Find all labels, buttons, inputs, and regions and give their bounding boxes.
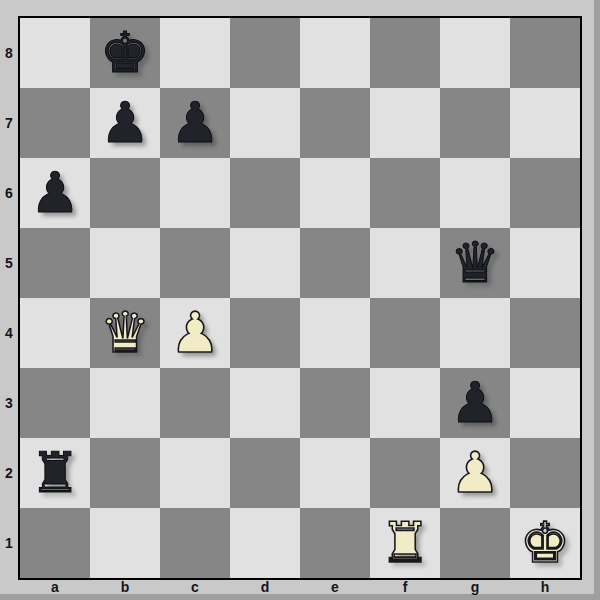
white-rook[interactable]: ♜ [370, 508, 440, 578]
square-a5[interactable] [20, 228, 90, 298]
square-a7[interactable] [20, 88, 90, 158]
square-g6[interactable] [440, 158, 510, 228]
black-rook[interactable]: ♜ [20, 438, 90, 508]
square-h3[interactable] [510, 368, 580, 438]
file-label-b: b [90, 580, 160, 595]
square-e1[interactable] [300, 508, 370, 578]
square-h1[interactable]: ♚ [510, 508, 580, 578]
square-a2[interactable]: ♜ [20, 438, 90, 508]
square-g8[interactable] [440, 18, 510, 88]
square-f7[interactable] [370, 88, 440, 158]
square-a6[interactable]: ♟ [20, 158, 90, 228]
square-f8[interactable] [370, 18, 440, 88]
frame-bevel-right [594, 0, 600, 600]
square-f5[interactable] [370, 228, 440, 298]
square-a1[interactable] [20, 508, 90, 578]
square-e7[interactable] [300, 88, 370, 158]
square-h5[interactable] [510, 228, 580, 298]
black-pawn[interactable]: ♟ [440, 368, 510, 438]
chess-diagram: 87654321 abcdefgh ♚♟♟♟♛♛♟♟♜♟♜♚ [0, 0, 600, 600]
file-label-h: h [510, 580, 580, 595]
square-f3[interactable] [370, 368, 440, 438]
file-label-e: e [300, 580, 370, 595]
file-label-g: g [440, 580, 510, 595]
square-d8[interactable] [230, 18, 300, 88]
square-b5[interactable] [90, 228, 160, 298]
square-e5[interactable] [300, 228, 370, 298]
square-c3[interactable] [160, 368, 230, 438]
square-b2[interactable] [90, 438, 160, 508]
square-e4[interactable] [300, 298, 370, 368]
rank-label-6: 6 [0, 158, 18, 228]
square-c4[interactable]: ♟ [160, 298, 230, 368]
square-h4[interactable] [510, 298, 580, 368]
rank-label-5: 5 [0, 228, 18, 298]
square-g3[interactable]: ♟ [440, 368, 510, 438]
white-king[interactable]: ♚ [510, 508, 580, 578]
square-c2[interactable] [160, 438, 230, 508]
white-queen[interactable]: ♛ [90, 298, 160, 368]
square-c5[interactable] [160, 228, 230, 298]
square-g5[interactable]: ♛ [440, 228, 510, 298]
black-pawn[interactable]: ♟ [20, 158, 90, 228]
rank-labels: 87654321 [0, 18, 18, 578]
square-e2[interactable] [300, 438, 370, 508]
square-c8[interactable] [160, 18, 230, 88]
square-d1[interactable] [230, 508, 300, 578]
square-d3[interactable] [230, 368, 300, 438]
square-h8[interactable] [510, 18, 580, 88]
square-a4[interactable] [20, 298, 90, 368]
square-a3[interactable] [20, 368, 90, 438]
square-e6[interactable] [300, 158, 370, 228]
square-g1[interactable] [440, 508, 510, 578]
rank-label-8: 8 [0, 18, 18, 88]
square-e3[interactable] [300, 368, 370, 438]
rank-label-3: 3 [0, 368, 18, 438]
square-b6[interactable] [90, 158, 160, 228]
rank-label-2: 2 [0, 438, 18, 508]
rank-label-7: 7 [0, 88, 18, 158]
black-queen[interactable]: ♛ [440, 228, 510, 298]
square-c7[interactable]: ♟ [160, 88, 230, 158]
square-c1[interactable] [160, 508, 230, 578]
square-d6[interactable] [230, 158, 300, 228]
square-b4[interactable]: ♛ [90, 298, 160, 368]
square-e8[interactable] [300, 18, 370, 88]
square-b8[interactable]: ♚ [90, 18, 160, 88]
square-d7[interactable] [230, 88, 300, 158]
white-pawn[interactable]: ♟ [440, 438, 510, 508]
square-d4[interactable] [230, 298, 300, 368]
square-g7[interactable] [440, 88, 510, 158]
square-g4[interactable] [440, 298, 510, 368]
square-f6[interactable] [370, 158, 440, 228]
rank-label-4: 4 [0, 298, 18, 368]
white-pawn[interactable]: ♟ [160, 298, 230, 368]
square-b3[interactable] [90, 368, 160, 438]
file-labels: abcdefgh [20, 580, 580, 595]
black-king[interactable]: ♚ [90, 18, 160, 88]
square-b7[interactable]: ♟ [90, 88, 160, 158]
file-label-f: f [370, 580, 440, 595]
rank-label-1: 1 [0, 508, 18, 578]
square-c6[interactable] [160, 158, 230, 228]
board-border: ♚♟♟♟♛♛♟♟♜♟♜♚ [18, 16, 582, 580]
black-pawn[interactable]: ♟ [90, 88, 160, 158]
square-f4[interactable] [370, 298, 440, 368]
square-g2[interactable]: ♟ [440, 438, 510, 508]
square-b1[interactable] [90, 508, 160, 578]
square-f1[interactable]: ♜ [370, 508, 440, 578]
square-h6[interactable] [510, 158, 580, 228]
file-label-a: a [20, 580, 90, 595]
black-pawn[interactable]: ♟ [160, 88, 230, 158]
square-h7[interactable] [510, 88, 580, 158]
square-d5[interactable] [230, 228, 300, 298]
square-f2[interactable] [370, 438, 440, 508]
file-label-d: d [230, 580, 300, 595]
square-h2[interactable] [510, 438, 580, 508]
square-a8[interactable] [20, 18, 90, 88]
file-label-c: c [160, 580, 230, 595]
chess-board: ♚♟♟♟♛♛♟♟♜♟♜♚ [20, 18, 580, 578]
square-d2[interactable] [230, 438, 300, 508]
